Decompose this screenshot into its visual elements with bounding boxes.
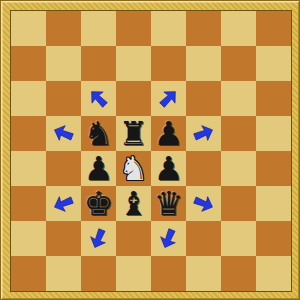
square[interactable] — [221, 11, 256, 46]
square[interactable] — [151, 221, 186, 256]
square[interactable] — [11, 256, 46, 291]
square[interactable] — [256, 221, 291, 256]
knight-move-arrow-left-down — [46, 186, 81, 221]
square[interactable] — [46, 46, 81, 81]
chess-board: ♞♜♟♟♞♟♚♝♛ — [10, 10, 292, 292]
square[interactable] — [81, 221, 116, 256]
square[interactable] — [256, 151, 291, 186]
square[interactable] — [221, 186, 256, 221]
square[interactable] — [151, 46, 186, 81]
square[interactable] — [81, 256, 116, 291]
square[interactable]: ♟ — [81, 151, 116, 186]
square[interactable] — [11, 46, 46, 81]
square[interactable] — [116, 11, 151, 46]
square[interactable] — [151, 256, 186, 291]
piece-black-knight[interactable]: ♞ — [81, 116, 116, 151]
square[interactable] — [186, 81, 221, 116]
square[interactable] — [186, 11, 221, 46]
square[interactable] — [46, 256, 81, 291]
square[interactable] — [221, 116, 256, 151]
knight-move-arrow-up-right — [151, 81, 186, 116]
square[interactable] — [221, 256, 256, 291]
piece-black-queen[interactable]: ♛ — [151, 186, 186, 221]
square[interactable] — [46, 186, 81, 221]
square[interactable] — [11, 221, 46, 256]
piece-white-knight[interactable]: ♞ — [116, 151, 151, 186]
square[interactable] — [221, 81, 256, 116]
knight-move-arrow-down-left — [81, 221, 116, 256]
square[interactable] — [81, 81, 116, 116]
square[interactable] — [116, 221, 151, 256]
square[interactable] — [256, 46, 291, 81]
square[interactable] — [186, 116, 221, 151]
square[interactable]: ♟ — [151, 151, 186, 186]
piece-black-pawn[interactable]: ♟ — [151, 116, 186, 151]
knight-move-arrow-right-down — [186, 186, 221, 221]
square[interactable]: ♟ — [151, 116, 186, 151]
square[interactable] — [46, 116, 81, 151]
square[interactable] — [256, 186, 291, 221]
piece-black-bishop[interactable]: ♝ — [116, 186, 151, 221]
square[interactable] — [256, 11, 291, 46]
square[interactable] — [11, 151, 46, 186]
square[interactable] — [116, 256, 151, 291]
square[interactable]: ♛ — [151, 186, 186, 221]
square[interactable] — [256, 256, 291, 291]
square[interactable] — [11, 81, 46, 116]
square[interactable] — [11, 116, 46, 151]
piece-black-pawn[interactable]: ♟ — [81, 151, 116, 186]
square[interactable] — [186, 221, 221, 256]
square[interactable] — [11, 186, 46, 221]
piece-black-pawn[interactable]: ♟ — [151, 151, 186, 186]
square[interactable] — [186, 151, 221, 186]
square[interactable] — [186, 46, 221, 81]
knight-move-arrow-left-up — [46, 116, 81, 151]
piece-black-rook[interactable]: ♜ — [116, 116, 151, 151]
square[interactable] — [81, 11, 116, 46]
square[interactable] — [116, 46, 151, 81]
knight-move-arrow-down-left — [151, 221, 186, 256]
square[interactable] — [151, 81, 186, 116]
square[interactable] — [256, 81, 291, 116]
square[interactable] — [46, 151, 81, 186]
square[interactable] — [11, 11, 46, 46]
square[interactable]: ♞ — [81, 116, 116, 151]
square[interactable] — [46, 221, 81, 256]
square[interactable] — [186, 256, 221, 291]
square[interactable] — [221, 151, 256, 186]
knight-move-arrow-right-up — [186, 116, 221, 151]
square[interactable] — [46, 11, 81, 46]
piece-black-king[interactable]: ♚ — [81, 186, 116, 221]
square[interactable] — [151, 11, 186, 46]
square[interactable] — [186, 186, 221, 221]
square[interactable] — [221, 46, 256, 81]
square[interactable]: ♞ — [116, 151, 151, 186]
board-frame: ♞♜♟♟♞♟♚♝♛ — [0, 0, 300, 300]
square[interactable]: ♝ — [116, 186, 151, 221]
square[interactable] — [81, 46, 116, 81]
square[interactable] — [116, 81, 151, 116]
square[interactable] — [221, 221, 256, 256]
square[interactable]: ♚ — [81, 186, 116, 221]
knight-move-arrow-up-left — [81, 81, 116, 116]
square[interactable]: ♜ — [116, 116, 151, 151]
square[interactable] — [46, 81, 81, 116]
square[interactable] — [256, 116, 291, 151]
